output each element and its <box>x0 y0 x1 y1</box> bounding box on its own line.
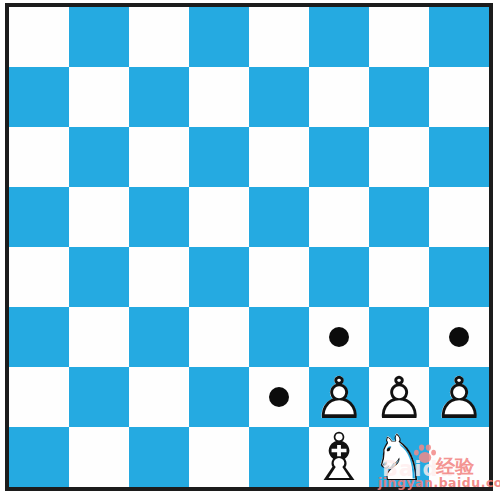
square-d3 <box>189 307 249 367</box>
square-e8 <box>249 7 309 67</box>
square-g6 <box>369 127 429 187</box>
square-c7 <box>129 67 189 127</box>
square-b5 <box>69 187 129 247</box>
square-f4 <box>309 247 369 307</box>
square-e1 <box>249 427 309 487</box>
square-b6 <box>69 127 129 187</box>
square-e2 <box>249 367 309 427</box>
white-bishop-f1: ♝♗ <box>309 427 369 487</box>
square-b7 <box>69 67 129 127</box>
square-d7 <box>189 67 249 127</box>
move-dot-f3 <box>329 327 349 347</box>
square-c5 <box>129 187 189 247</box>
white-pawn-f2: ♟♙ <box>309 367 369 427</box>
white-pawn-h2: ♟♙ <box>429 367 489 427</box>
square-c3 <box>129 307 189 367</box>
square-f7 <box>309 67 369 127</box>
square-f5 <box>309 187 369 247</box>
square-d2 <box>189 367 249 427</box>
square-e7 <box>249 67 309 127</box>
move-dot-e2 <box>269 387 289 407</box>
square-a3 <box>9 307 69 367</box>
square-b4 <box>69 247 129 307</box>
square-e4 <box>249 247 309 307</box>
square-c1 <box>129 427 189 487</box>
square-a2 <box>9 367 69 427</box>
square-h7 <box>429 67 489 127</box>
square-d5 <box>189 187 249 247</box>
chess-board-frame: ♟♙♟♙♟♙♝♗♞♘ <box>5 3 493 491</box>
square-c2 <box>129 367 189 427</box>
square-a4 <box>9 247 69 307</box>
square-h2: ♟♙ <box>429 367 489 427</box>
square-g1: ♞♘ <box>369 427 429 487</box>
square-g3 <box>369 307 429 367</box>
square-c4 <box>129 247 189 307</box>
square-b1 <box>69 427 129 487</box>
square-d6 <box>189 127 249 187</box>
square-h4 <box>429 247 489 307</box>
square-a8 <box>9 7 69 67</box>
square-a5 <box>9 187 69 247</box>
square-e5 <box>249 187 309 247</box>
square-c6 <box>129 127 189 187</box>
white-pawn-g2: ♟♙ <box>369 367 429 427</box>
move-dot-h3 <box>449 327 469 347</box>
square-h3 <box>429 307 489 367</box>
square-h6 <box>429 127 489 187</box>
square-a7 <box>9 67 69 127</box>
square-e3 <box>249 307 309 367</box>
square-b3 <box>69 307 129 367</box>
square-d8 <box>189 7 249 67</box>
square-h8 <box>429 7 489 67</box>
square-h1 <box>429 427 489 487</box>
white-knight-g1: ♞♘ <box>369 427 429 487</box>
square-h5 <box>429 187 489 247</box>
square-f6 <box>309 127 369 187</box>
square-f3 <box>309 307 369 367</box>
square-f8 <box>309 7 369 67</box>
square-g8 <box>369 7 429 67</box>
square-g4 <box>369 247 429 307</box>
square-c8 <box>129 7 189 67</box>
square-g5 <box>369 187 429 247</box>
square-d1 <box>189 427 249 487</box>
square-b2 <box>69 367 129 427</box>
square-a6 <box>9 127 69 187</box>
chess-board: ♟♙♟♙♟♙♝♗♞♘ <box>9 7 489 487</box>
square-a1 <box>9 427 69 487</box>
square-g7 <box>369 67 429 127</box>
square-e6 <box>249 127 309 187</box>
square-f2: ♟♙ <box>309 367 369 427</box>
square-f1: ♝♗ <box>309 427 369 487</box>
square-b8 <box>69 7 129 67</box>
square-d4 <box>189 247 249 307</box>
square-g2: ♟♙ <box>369 367 429 427</box>
